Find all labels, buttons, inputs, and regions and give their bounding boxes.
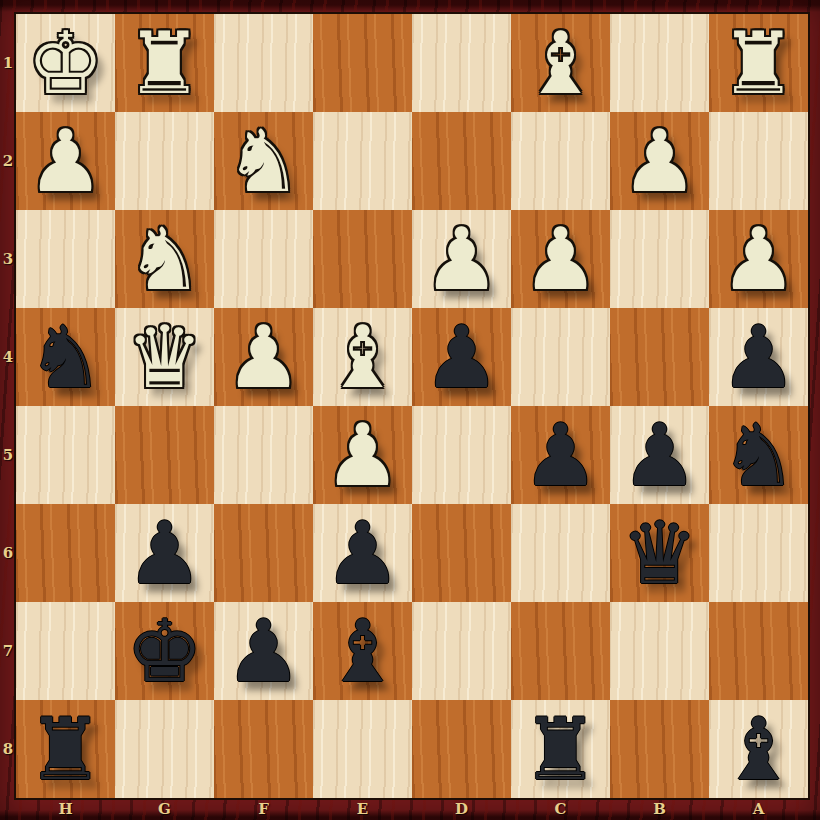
piece-black-bishop[interactable]: ♝ — [313, 602, 412, 700]
square-h6[interactable] — [16, 504, 115, 602]
square-e2[interactable] — [313, 112, 412, 210]
square-g1[interactable]: ♜ — [115, 14, 214, 112]
square-a3[interactable]: ♟ — [709, 210, 808, 308]
square-d8[interactable] — [412, 700, 511, 798]
square-d5[interactable] — [412, 406, 511, 504]
square-h5[interactable] — [16, 406, 115, 504]
square-b8[interactable] — [610, 700, 709, 798]
square-c1[interactable]: ♝ — [511, 14, 610, 112]
square-b1[interactable] — [610, 14, 709, 112]
square-g2[interactable] — [115, 112, 214, 210]
square-h4[interactable]: ♞ — [16, 308, 115, 406]
square-d1[interactable] — [412, 14, 511, 112]
square-d7[interactable] — [412, 602, 511, 700]
piece-black-king[interactable]: ♚ — [115, 602, 214, 700]
piece-white-knight[interactable]: ♞ — [115, 210, 214, 308]
square-c3[interactable]: ♟ — [511, 210, 610, 308]
chessboard-frame: ♚♜♝♜♟♞♟♞♟♟♟♞♛♟♝♟♟♟♟♟♞♟♟♛♚♟♝♜♜♝ 12345678 … — [0, 0, 820, 820]
file-label-a: A — [709, 799, 808, 820]
square-g8[interactable] — [115, 700, 214, 798]
square-f7[interactable]: ♟ — [214, 602, 313, 700]
piece-black-bishop[interactable]: ♝ — [709, 700, 808, 798]
piece-white-pawn[interactable]: ♟ — [16, 112, 115, 210]
square-b2[interactable]: ♟ — [610, 112, 709, 210]
square-h8[interactable]: ♜ — [16, 700, 115, 798]
piece-white-pawn[interactable]: ♟ — [610, 112, 709, 210]
square-f6[interactable] — [214, 504, 313, 602]
piece-black-pawn[interactable]: ♟ — [511, 406, 610, 504]
square-a4[interactable]: ♟ — [709, 308, 808, 406]
piece-black-rook[interactable]: ♜ — [511, 700, 610, 798]
square-f1[interactable] — [214, 14, 313, 112]
square-e1[interactable] — [313, 14, 412, 112]
piece-black-pawn[interactable]: ♟ — [610, 406, 709, 504]
piece-white-pawn[interactable]: ♟ — [214, 308, 313, 406]
file-label-b: B — [610, 799, 709, 820]
file-label-g: G — [115, 799, 214, 820]
square-d4[interactable]: ♟ — [412, 308, 511, 406]
square-c6[interactable] — [511, 504, 610, 602]
square-c8[interactable]: ♜ — [511, 700, 610, 798]
square-g3[interactable]: ♞ — [115, 210, 214, 308]
square-f4[interactable]: ♟ — [214, 308, 313, 406]
piece-black-rook[interactable]: ♜ — [16, 700, 115, 798]
file-label-c: C — [511, 799, 610, 820]
rank-label-7: 7 — [0, 642, 16, 660]
rank-label-8: 8 — [0, 740, 16, 758]
rank-label-2: 2 — [0, 152, 16, 170]
square-c2[interactable] — [511, 112, 610, 210]
square-a2[interactable] — [709, 112, 808, 210]
square-h3[interactable] — [16, 210, 115, 308]
piece-white-knight[interactable]: ♞ — [214, 112, 313, 210]
rank-label-3: 3 — [0, 250, 16, 268]
piece-white-bishop[interactable]: ♝ — [511, 14, 610, 112]
square-h2[interactable]: ♟ — [16, 112, 115, 210]
rank-label-5: 5 — [0, 446, 16, 464]
square-f8[interactable] — [214, 700, 313, 798]
square-h7[interactable] — [16, 602, 115, 700]
piece-white-queen[interactable]: ♛ — [115, 308, 214, 406]
square-f3[interactable] — [214, 210, 313, 308]
square-a6[interactable] — [709, 504, 808, 602]
piece-black-queen[interactable]: ♛ — [610, 504, 709, 602]
square-d3[interactable]: ♟ — [412, 210, 511, 308]
square-g5[interactable] — [115, 406, 214, 504]
square-c4[interactable] — [511, 308, 610, 406]
square-c5[interactable]: ♟ — [511, 406, 610, 504]
square-e7[interactable]: ♝ — [313, 602, 412, 700]
piece-black-knight[interactable]: ♞ — [16, 308, 115, 406]
square-d2[interactable] — [412, 112, 511, 210]
square-c7[interactable] — [511, 602, 610, 700]
square-g4[interactable]: ♛ — [115, 308, 214, 406]
square-b3[interactable] — [610, 210, 709, 308]
piece-white-pawn[interactable]: ♟ — [412, 210, 511, 308]
square-f2[interactable]: ♞ — [214, 112, 313, 210]
piece-black-pawn[interactable]: ♟ — [313, 504, 412, 602]
piece-white-pawn[interactable]: ♟ — [511, 210, 610, 308]
rank-label-1: 1 — [0, 54, 16, 72]
piece-black-knight[interactable]: ♞ — [709, 406, 808, 504]
square-a8[interactable]: ♝ — [709, 700, 808, 798]
piece-black-pawn[interactable]: ♟ — [412, 308, 511, 406]
chess-board: ♚♜♝♜♟♞♟♞♟♟♟♞♛♟♝♟♟♟♟♟♞♟♟♛♚♟♝♜♜♝ — [16, 14, 808, 798]
square-e8[interactable] — [313, 700, 412, 798]
square-a7[interactable] — [709, 602, 808, 700]
square-e4[interactable]: ♝ — [313, 308, 412, 406]
file-label-d: D — [412, 799, 511, 820]
piece-white-bishop[interactable]: ♝ — [313, 308, 412, 406]
square-f5[interactable] — [214, 406, 313, 504]
square-a1[interactable]: ♜ — [709, 14, 808, 112]
piece-black-pawn[interactable]: ♟ — [709, 308, 808, 406]
file-label-f: F — [214, 799, 313, 820]
square-b5[interactable]: ♟ — [610, 406, 709, 504]
piece-white-pawn[interactable]: ♟ — [709, 210, 808, 308]
rank-label-4: 4 — [0, 348, 16, 366]
square-e6[interactable]: ♟ — [313, 504, 412, 602]
piece-black-pawn[interactable]: ♟ — [214, 602, 313, 700]
square-e5[interactable]: ♟ — [313, 406, 412, 504]
piece-black-pawn[interactable]: ♟ — [115, 504, 214, 602]
square-h1[interactable]: ♚ — [16, 14, 115, 112]
square-e3[interactable] — [313, 210, 412, 308]
square-g7[interactable]: ♚ — [115, 602, 214, 700]
file-label-h: H — [16, 799, 115, 820]
square-b6[interactable]: ♛ — [610, 504, 709, 602]
piece-white-rook[interactable]: ♜ — [115, 14, 214, 112]
square-b7[interactable] — [610, 602, 709, 700]
file-label-e: E — [313, 799, 412, 820]
square-g6[interactable]: ♟ — [115, 504, 214, 602]
piece-white-king[interactable]: ♚ — [16, 14, 115, 112]
piece-white-pawn[interactable]: ♟ — [313, 406, 412, 504]
square-d6[interactable] — [412, 504, 511, 602]
square-a5[interactable]: ♞ — [709, 406, 808, 504]
piece-white-rook[interactable]: ♜ — [709, 14, 808, 112]
rank-label-6: 6 — [0, 544, 16, 562]
square-b4[interactable] — [610, 308, 709, 406]
